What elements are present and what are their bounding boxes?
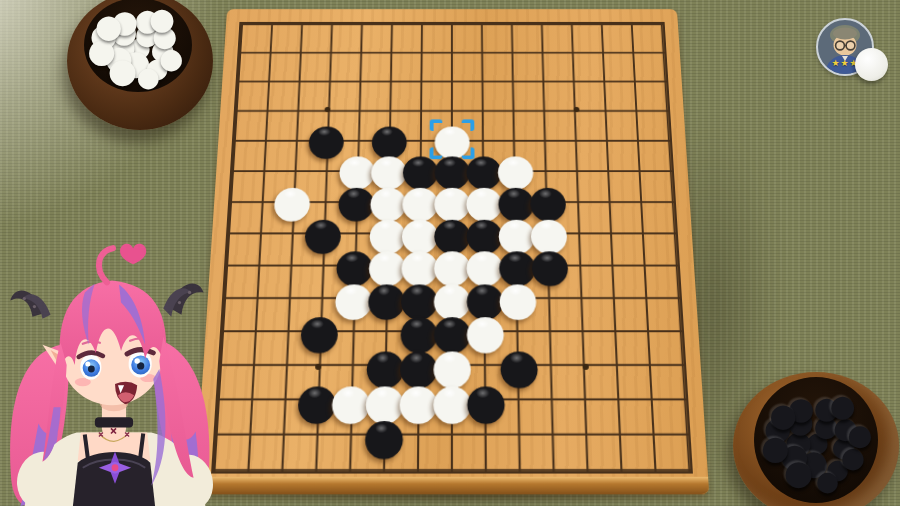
stone-glyph: ● — [464, 383, 507, 419]
board-intersections[interactable]: ●●●●●●●●●●●●●●●●●●●●●●●●●●●●●●●●●●●●●●●●… — [211, 22, 693, 474]
game-scene: ●●●●●●●●●●●●●●●●●●●●●●●●●●●●●●●●●●●●●●●●… — [0, 0, 900, 506]
white-bowl-stone: ● — [159, 45, 183, 73]
cursor-corner — [429, 147, 442, 159]
black-stone-bowl: ●●●●●●●●●●●●●●●●●●● — [733, 372, 899, 506]
stone-glyph: ● — [362, 419, 406, 455]
black-bowl-stone: ● — [816, 467, 840, 494]
star-point — [315, 364, 321, 370]
star-point — [574, 107, 580, 112]
vtuber-character — [0, 226, 230, 506]
black-bowl-stone: ● — [761, 430, 790, 463]
white-bowl-stone: ● — [95, 10, 123, 42]
cursor-corner — [430, 119, 443, 131]
board-perspective-wrap: ●●●●●●●●●●●●●●●●●●●●●●●●●●●●●●●●●●●●●●●●… — [195, 9, 710, 494]
star-point — [324, 107, 330, 112]
cursor-corner — [462, 119, 475, 131]
white-stone-bowl: ●●●●●●●●●●●●●●●●●● — [67, 0, 213, 130]
white-bowl-stone: ● — [136, 62, 160, 89]
white-bowl-opening: ●●●●●●●●●●●●●●●●●● — [84, 0, 192, 92]
white-bowl-stone: ● — [149, 4, 175, 34]
black-bowl-stone: ● — [769, 399, 797, 431]
black-stone: ● — [365, 419, 402, 455]
heart-ahoge — [99, 244, 146, 283]
black-stone: ● — [468, 383, 504, 419]
black-bowl-stone: ● — [847, 420, 872, 449]
cursor-corner — [462, 147, 475, 159]
stone-glyph: ● — [298, 315, 341, 349]
black-bowl-opening: ●●●●●●●●●●●●●●●●●●● — [754, 377, 878, 503]
white-stone-turn-badge — [855, 48, 888, 81]
star-point — [583, 364, 589, 370]
last-move-cursor[interactable] — [429, 119, 474, 159]
black-stone: ● — [301, 315, 337, 349]
go-board[interactable]: ●●●●●●●●●●●●●●●●●●●●●●●●●●●●●●●●●●●●●●●●… — [195, 9, 710, 494]
